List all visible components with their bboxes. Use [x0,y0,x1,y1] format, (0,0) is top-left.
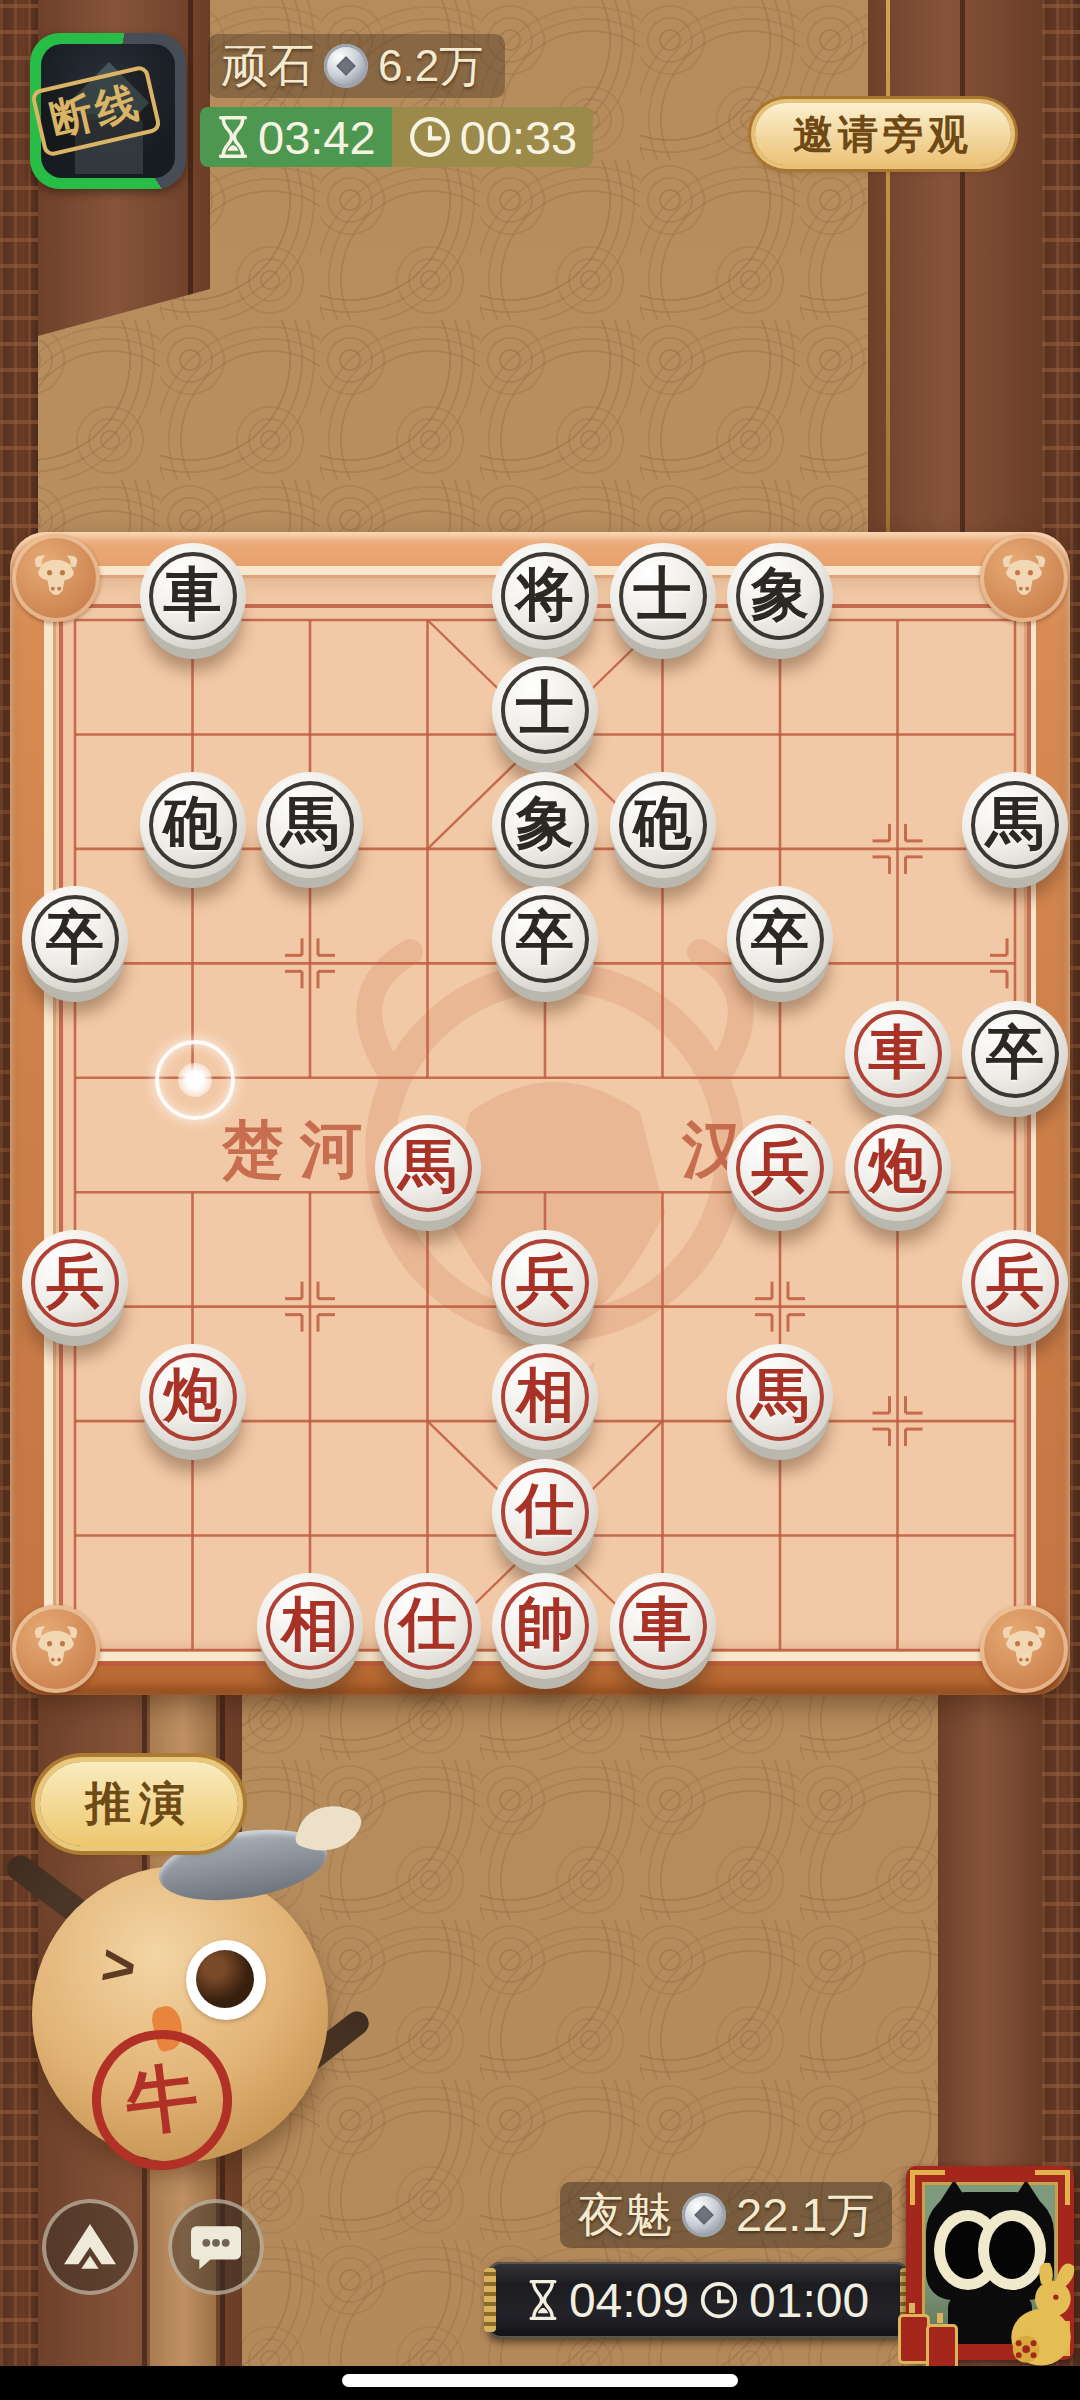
top-player-name: 顽石 [222,35,314,97]
app-logo-button[interactable] [42,2199,138,2295]
app-logo-icon [61,2221,119,2273]
bottom-player-timers: 04:09 01:00 [488,2262,908,2338]
top-main-timer: 03:42 [200,107,392,167]
xiangqi-piece-red[interactable]: 仕 [492,1459,598,1565]
xiangqi-piece-black[interactable]: 士 [610,543,716,649]
xiangqi-piece-black[interactable]: 車 [140,543,246,649]
xiangqi-piece-red[interactable]: 兵 [492,1230,598,1336]
xiangqi-piece-black[interactable]: 砲 [140,772,246,878]
top-player-coins: 6.2万 [378,37,483,96]
xiangqi-piece-red[interactable]: 炮 [140,1344,246,1450]
xiangqi-piece-black[interactable]: 馬 [257,772,363,878]
xiangqi-piece-black[interactable]: 士 [492,657,598,763]
bottom-player-nameplate: 夜魅 22.1万 [560,2182,892,2248]
bull-corner-ornament [12,534,100,622]
bottom-player-name: 夜魅 [578,2184,672,2247]
xiangqi-piece-red[interactable]: 仕 [375,1573,481,1679]
chat-button[interactable] [168,2199,264,2295]
xiangqi-piece-red[interactable]: 車 [610,1573,716,1679]
xiangqi-piece-red[interactable]: 車 [845,1001,951,1107]
xiangqi-piece-black[interactable]: 卒 [22,886,128,992]
xiangqi-piece-red[interactable]: 炮 [845,1115,951,1221]
xiangqi-piece-red[interactable]: 兵 [962,1230,1068,1336]
top-player-timers: 03:42 00:33 [200,107,593,167]
top-player-nameplate: 顽石 6.2万 [208,34,505,98]
xiangqi-piece-black[interactable]: 象 [727,543,833,649]
home-indicator[interactable] [342,2374,738,2387]
xiangqi-piece-red[interactable]: 馬 [375,1115,481,1221]
clock-icon [408,115,452,159]
xiangqi-piece-black[interactable]: 卒 [727,886,833,992]
xiangqi-piece-black[interactable]: 馬 [962,772,1068,878]
xiangqi-piece-red[interactable]: 帥 [492,1573,598,1679]
top-player-avatar[interactable]: 断线 [30,33,186,189]
top-move-timer: 00:33 [392,107,594,167]
bottom-main-timer-value: 04:09 [569,2273,689,2328]
ponder-button[interactable]: 推演 [40,1762,238,1846]
xiangqi-piece-red[interactable]: 馬 [727,1344,833,1450]
top-right-wood-panel [868,0,1042,534]
river-label-chu: 楚河 [222,1108,378,1192]
top-move-timer-value: 00:33 [460,110,578,165]
xiangqi-piece-red[interactable]: 兵 [727,1115,833,1221]
xiangqi-piece-black[interactable]: 卒 [492,886,598,992]
mascot-eye [186,1940,266,2020]
coin-icon [324,44,368,88]
xiangqi-piece-red[interactable]: 兵 [22,1230,128,1336]
xiangqi-piece-black[interactable]: 卒 [962,1001,1068,1107]
bottom-move-timer-value: 01:00 [749,2273,869,2328]
last-move-marker [155,1040,235,1120]
xiangqi-piece-red[interactable]: 相 [257,1573,363,1679]
clock-icon [699,2280,739,2320]
xiangqi-piece-black[interactable]: 砲 [610,772,716,878]
system-home-bar [0,2366,1080,2400]
hourglass-icon [527,2279,559,2321]
xiangqi-piece-black[interactable]: 象 [492,772,598,878]
bull-corner-ornament [980,1605,1068,1693]
hourglass-icon [216,115,250,159]
chat-bubble-icon [188,2222,244,2272]
invite-spectate-button[interactable]: 邀请旁观 [755,103,1011,165]
bottom-player-avatar[interactable] [906,2166,1074,2360]
top-main-timer-value: 03:42 [258,110,376,165]
bottom-player-coins: 22.1万 [736,2184,874,2247]
xiangqi-piece-red[interactable]: 相 [492,1344,598,1450]
xiangqi-piece-black[interactable]: 将 [492,543,598,649]
coin-icon [682,2193,726,2237]
xiangqi-board[interactable]: 楚河 汉界 車将士象士砲馬象砲馬卒卒卒車卒馬兵炮兵兵兵炮相馬仕相仕帥車 [10,532,1070,1695]
rabbit-ornament [996,2260,1080,2370]
game-screen: 断线 顽石 6.2万 03:42 00:33 邀请旁观 [0,0,1080,2400]
bull-corner-ornament [980,534,1068,622]
ox-mascot: > 牛 [8,1848,348,2178]
bull-corner-ornament [12,1605,100,1693]
